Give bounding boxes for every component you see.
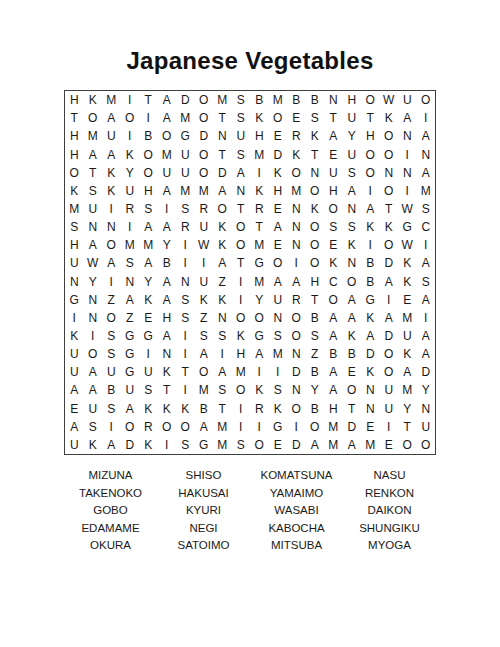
grid-cell-r13c10: O — [232, 309, 251, 327]
grid-cell-r3c17: H — [361, 127, 380, 145]
grid-cell-r18c18: U — [380, 400, 399, 418]
grid-cell-r14c14: S — [306, 327, 325, 345]
grid-cell-r20c5: K — [139, 436, 158, 454]
grid-cell-r5c18: N — [380, 164, 399, 182]
grid-cell-r10c5: A — [139, 254, 158, 272]
grid-cell-r2c9: T — [213, 109, 232, 127]
grid-cell-r13c3: O — [102, 309, 121, 327]
grid-cell-r3c2: M — [84, 127, 103, 145]
grid-cell-r17c11: K — [250, 381, 269, 399]
word-edamame: EDAMAME — [64, 520, 157, 538]
grid-cell-r15c11: A — [250, 345, 269, 363]
grid-cell-r11c17: B — [361, 272, 380, 290]
grid-cell-r20c6: I — [158, 436, 177, 454]
grid-cell-r6c11: K — [250, 182, 269, 200]
grid-cell-r16c18: O — [380, 363, 399, 381]
grid-cell-r12c15: O — [324, 291, 343, 309]
grid-cell-r19c16: D — [343, 418, 362, 436]
grid-cell-r13c2: N — [84, 309, 103, 327]
grid-cell-r4c13: K — [287, 145, 306, 163]
grid-cell-r9c8: W — [195, 236, 214, 254]
grid-cell-r13c12: N — [269, 309, 288, 327]
grid-cell-r5c12: K — [269, 164, 288, 182]
grid-cell-r18c19: Y — [398, 400, 417, 418]
grid-cell-r14c13: O — [287, 327, 306, 345]
grid-cell-r2c11: K — [250, 109, 269, 127]
word-kyuri: KYURI — [157, 502, 250, 520]
word-list: MIZUNATAKENOKOGOBOEDAMAMEOKURA SHISOHAKU… — [64, 467, 436, 555]
grid-cell-r15c17: D — [361, 345, 380, 363]
grid-cell-r20c18: E — [380, 436, 399, 454]
grid-cell-r15c15: B — [324, 345, 343, 363]
grid-cell-r6c17: I — [361, 182, 380, 200]
grid-cell-r10c9: A — [213, 254, 232, 272]
grid-cell-r6c20: M — [417, 182, 436, 200]
grid-cell-r7c9: O — [213, 200, 232, 218]
grid-cell-r18c12: K — [269, 400, 288, 418]
grid-cell-r8c6: A — [158, 218, 177, 236]
grid-cell-r3c15: A — [324, 127, 343, 145]
grid-cell-r5c17: O — [361, 164, 380, 182]
grid-cell-r1c2: K — [84, 91, 103, 109]
grid-cell-r7c16: N — [343, 200, 362, 218]
grid-cell-r8c5: A — [139, 218, 158, 236]
grid-cell-r14c8: S — [195, 327, 214, 345]
grid-cell-r20c10: S — [232, 436, 251, 454]
grid-cell-r17c9: S — [213, 381, 232, 399]
grid-cell-r8c10: O — [232, 218, 251, 236]
grid-cell-r18c15: H — [324, 400, 343, 418]
grid-cell-r8c12: A — [269, 218, 288, 236]
grid-cell-r15c10: H — [232, 345, 251, 363]
grid-cell-r14c19: U — [398, 327, 417, 345]
grid-cell-r1c16: H — [343, 91, 362, 109]
grid-cell-r11c15: C — [324, 272, 343, 290]
grid-cell-r12c14: T — [306, 291, 325, 309]
grid-cell-r18c3: S — [102, 400, 121, 418]
grid-cell-r16c2: A — [84, 363, 103, 381]
grid-cell-r11c14: H — [306, 272, 325, 290]
grid-cell-r14c17: A — [361, 327, 380, 345]
grid-cell-r19c15: M — [324, 418, 343, 436]
grid-cell-r1c17: O — [361, 91, 380, 109]
grid-cell-r7c5: S — [139, 200, 158, 218]
grid-cell-r18c20: N — [417, 400, 436, 418]
grid-cell-r17c13: N — [287, 381, 306, 399]
grid-cell-r16c7: T — [176, 363, 195, 381]
grid-cell-r16c15: A — [324, 363, 343, 381]
grid-cell-r19c3: I — [102, 418, 121, 436]
grid-cell-r17c14: Y — [306, 381, 325, 399]
word-wasabi: WASABI — [250, 502, 343, 520]
grid-cell-r14c20: A — [417, 327, 436, 345]
grid-cell-r20c1: U — [65, 436, 84, 454]
grid-cell-r15c6: N — [158, 345, 177, 363]
grid-cell-r8c13: N — [287, 218, 306, 236]
grid-cell-r4c6: M — [158, 145, 177, 163]
grid-cell-r9c6: Y — [158, 236, 177, 254]
grid-cell-r19c11: I — [250, 418, 269, 436]
word-list-column-3: KOMATSUNAYAMAIMOWASABIKABOCHAMITSUBA — [250, 467, 343, 555]
word-shiso: SHISO — [157, 467, 250, 485]
grid-cell-r17c1: A — [65, 381, 84, 399]
grid-cell-r3c13: R — [287, 127, 306, 145]
grid-cell-r2c14: S — [306, 109, 325, 127]
grid-cell-r15c16: B — [343, 345, 362, 363]
grid-cell-r20c20: O — [417, 436, 436, 454]
grid-cell-r1c10: S — [232, 91, 251, 109]
word-search-page: { "game": "word-search", "title": "Japan… — [0, 0, 500, 647]
grid-cell-r17c12: S — [269, 381, 288, 399]
grid-cell-r13c20: I — [417, 309, 436, 327]
grid-cell-r3c10: U — [232, 127, 251, 145]
word-renkon: RENKON — [343, 485, 436, 503]
grid-cell-r5c6: U — [158, 164, 177, 182]
grid-cell-r6c8: M — [195, 182, 214, 200]
grid-cell-r18c1: E — [65, 400, 84, 418]
grid-cell-r10c4: S — [121, 254, 140, 272]
grid-cell-r13c5: E — [139, 309, 158, 327]
grid-cell-r18c2: U — [84, 400, 103, 418]
grid-cell-r2c16: U — [343, 109, 362, 127]
grid-cell-r8c3: N — [102, 218, 121, 236]
grid-cell-r17c15: A — [324, 381, 343, 399]
grid-cell-r11c20: S — [417, 272, 436, 290]
grid-cell-r1c13: B — [287, 91, 306, 109]
grid-cell-r15c13: N — [287, 345, 306, 363]
word-gobo: GOBO — [64, 502, 157, 520]
grid-cell-r3c11: H — [250, 127, 269, 145]
grid-cell-r5c1: O — [65, 164, 84, 182]
grid-cell-r4c14: T — [306, 145, 325, 163]
word-daikon: DAIKON — [343, 502, 436, 520]
grid-cell-r13c1: I — [65, 309, 84, 327]
grid-cell-r8c14: O — [306, 218, 325, 236]
grid-cell-r6c1: K — [65, 182, 84, 200]
word-list-column-1: MIZUNATAKENOKOGOBOEDAMAMEOKURA — [64, 467, 157, 555]
grid-cell-r16c17: K — [361, 363, 380, 381]
grid-cell-r15c4: G — [121, 345, 140, 363]
grid-cell-r7c1: M — [65, 200, 84, 218]
grid-cell-r18c4: A — [121, 400, 140, 418]
grid-cell-r14c11: G — [250, 327, 269, 345]
grid-cell-r16c6: K — [158, 363, 177, 381]
grid-cell-r17c16: O — [343, 381, 362, 399]
grid-cell-r10c17: B — [361, 254, 380, 272]
grid-cell-r2c6: A — [158, 109, 177, 127]
grid-cell-r10c16: N — [343, 254, 362, 272]
grid-cell-r4c2: A — [84, 145, 103, 163]
grid-cell-r3c3: U — [102, 127, 121, 145]
grid-cell-r5c3: K — [102, 164, 121, 182]
grid-cell-r4c4: K — [121, 145, 140, 163]
word-okura: OKURA — [64, 537, 157, 555]
grid-cell-r14c1: K — [65, 327, 84, 345]
grid-cell-r18c11: R — [250, 400, 269, 418]
grid-cell-r16c11: I — [250, 363, 269, 381]
grid-cell-r8c15: S — [324, 218, 343, 236]
grid-cell-r18c16: T — [343, 400, 362, 418]
grid-cell-r3c14: K — [306, 127, 325, 145]
grid-cell-r18c17: N — [361, 400, 380, 418]
grid-cell-r4c9: T — [213, 145, 232, 163]
grid-cell-r2c1: T — [65, 109, 84, 127]
grid-cell-r10c20: A — [417, 254, 436, 272]
grid-cell-r1c15: N — [324, 91, 343, 109]
word-search-board: HKMITADOMSBMBBNHOWUOTOAOIAMOTSKOESTUTKAI… — [64, 90, 436, 455]
grid-cell-r20c13: D — [287, 436, 306, 454]
grid-cell-r9c3: O — [102, 236, 121, 254]
grid-cell-r7c7: S — [176, 200, 195, 218]
grid-cell-r8c11: T — [250, 218, 269, 236]
grid-cell-r16c14: B — [306, 363, 325, 381]
grid-cell-r20c17: M — [361, 436, 380, 454]
grid-cell-r2c7: M — [176, 109, 195, 127]
grid-cell-r1c12: M — [269, 91, 288, 109]
grid-cell-r2c4: O — [121, 109, 140, 127]
grid-cell-r14c16: K — [343, 327, 362, 345]
grid-cell-r4c16: U — [343, 145, 362, 163]
grid-cell-r13c8: Z — [195, 309, 214, 327]
grid-cell-r3c1: H — [65, 127, 84, 145]
word-mitsuba: MITSUBA — [250, 537, 343, 555]
grid-cell-r18c9: T — [213, 400, 232, 418]
grid-cell-r18c10: I — [232, 400, 251, 418]
grid-cell-r5c8: O — [195, 164, 214, 182]
grid-cell-r2c12: O — [269, 109, 288, 127]
grid-cell-r16c12: I — [269, 363, 288, 381]
grid-cell-r11c4: N — [121, 272, 140, 290]
grid-cell-r15c1: U — [65, 345, 84, 363]
grid-cell-r11c1: N — [65, 272, 84, 290]
grid-cell-r1c4: I — [121, 91, 140, 109]
word-mizuna: MIZUNA — [64, 467, 157, 485]
grid-cell-r20c2: K — [84, 436, 103, 454]
grid-cell-r12c7: S — [176, 291, 195, 309]
word-list-column-4: NASURENKONDAIKONSHUNGIKUMYOGA — [343, 467, 436, 555]
grid-cell-r6c10: N — [232, 182, 251, 200]
grid-cell-r3c9: N — [213, 127, 232, 145]
grid-cell-r10c2: W — [84, 254, 103, 272]
grid-cell-r18c8: B — [195, 400, 214, 418]
grid-cell-r15c9: I — [213, 345, 232, 363]
grid-cell-r11c2: Y — [84, 272, 103, 290]
grid-cell-r9c16: K — [343, 236, 362, 254]
grid-cell-r2c2: O — [84, 109, 103, 127]
grid-cell-r4c1: H — [65, 145, 84, 163]
word-satoimo: SATOIMO — [157, 537, 250, 555]
word-negi: NEGI — [157, 520, 250, 538]
grid-cell-r9c9: K — [213, 236, 232, 254]
grid-cell-r8c4: I — [121, 218, 140, 236]
grid-cell-r8c1: S — [65, 218, 84, 236]
grid-cell-r11c19: K — [398, 272, 417, 290]
grid-cell-r7c6: I — [158, 200, 177, 218]
grid-cell-r10c1: U — [65, 254, 84, 272]
grid-cell-r2c19: A — [398, 109, 417, 127]
grid-cell-r11c13: A — [287, 272, 306, 290]
grid-cell-r4c20: N — [417, 145, 436, 163]
grid-cell-r15c14: Z — [306, 345, 325, 363]
grid-cell-r1c7: D — [176, 91, 195, 109]
grid-cell-r9c14: O — [306, 236, 325, 254]
grid-cell-r20c14: A — [306, 436, 325, 454]
grid-cell-r5c14: N — [306, 164, 325, 182]
grid-cell-r13c7: S — [176, 309, 195, 327]
grid-cell-r6c16: A — [343, 182, 362, 200]
grid-cell-r17c5: S — [139, 381, 158, 399]
grid-cell-r5c5: O — [139, 164, 158, 182]
grid-cell-r16c10: M — [232, 363, 251, 381]
grid-cell-r6c4: U — [121, 182, 140, 200]
grid-cell-r4c7: U — [176, 145, 195, 163]
grid-cell-r19c9: M — [213, 418, 232, 436]
grid-cell-r9c12: E — [269, 236, 288, 254]
grid-cell-r5c20: A — [417, 164, 436, 182]
grid-cell-r8c7: R — [176, 218, 195, 236]
grid-cell-r2c18: K — [380, 109, 399, 127]
grid-cell-r7c19: W — [398, 200, 417, 218]
grid-cell-r12c4: A — [121, 291, 140, 309]
grid-cell-r1c11: B — [250, 91, 269, 109]
grid-cell-r16c9: A — [213, 363, 232, 381]
grid-cell-r14c15: A — [324, 327, 343, 345]
grid-cell-r7c2: U — [84, 200, 103, 218]
grid-cell-r1c9: M — [213, 91, 232, 109]
grid-cell-r19c12: G — [269, 418, 288, 436]
grid-cell-r16c4: G — [121, 363, 140, 381]
grid-cell-r9c15: E — [324, 236, 343, 254]
grid-cell-r9c18: O — [380, 236, 399, 254]
grid-cell-r6c12: H — [269, 182, 288, 200]
grid-cell-r18c14: B — [306, 400, 325, 418]
grid-cell-r5c16: S — [343, 164, 362, 182]
grid-cell-r10c11: G — [250, 254, 269, 272]
grid-cell-r8c9: K — [213, 218, 232, 236]
word-shungiku: SHUNGIKU — [343, 520, 436, 538]
grid-cell-r1c1: H — [65, 91, 84, 109]
grid-cell-r14c18: D — [380, 327, 399, 345]
grid-cell-r7c4: R — [121, 200, 140, 218]
grid-cell-r4c18: O — [380, 145, 399, 163]
grid-cell-r1c18: W — [380, 91, 399, 109]
grid-cell-r9c4: M — [121, 236, 140, 254]
grid-cell-r12c2: N — [84, 291, 103, 309]
grid-cell-r13c4: Z — [121, 309, 140, 327]
grid-cell-r12c10: I — [232, 291, 251, 309]
grid-cell-r9c10: O — [232, 236, 251, 254]
grid-cell-r18c7: K — [176, 400, 195, 418]
grid-cell-r1c19: U — [398, 91, 417, 109]
grid-cell-r20c4: D — [121, 436, 140, 454]
grid-cell-r19c14: O — [306, 418, 325, 436]
grid-cell-r6c7: M — [176, 182, 195, 200]
grid-cell-r5c2: T — [84, 164, 103, 182]
grid-cell-r8c17: K — [361, 218, 380, 236]
grid-cell-r17c6: T — [158, 381, 177, 399]
grid-cell-r17c8: M — [195, 381, 214, 399]
word-list-column-2: SHISOHAKUSAIKYURINEGISATOIMO — [157, 467, 250, 555]
grid-cell-r14c2: I — [84, 327, 103, 345]
grid-cell-r20c19: O — [398, 436, 417, 454]
grid-cell-r9c5: M — [139, 236, 158, 254]
grid-cell-r19c17: E — [361, 418, 380, 436]
grid-cell-r12c20: A — [417, 291, 436, 309]
grid-cell-r5c13: O — [287, 164, 306, 182]
grid-cell-r7c15: O — [324, 200, 343, 218]
grid-cell-r6c2: S — [84, 182, 103, 200]
grid-cell-r16c20: D — [417, 363, 436, 381]
grid-cell-r1c6: A — [158, 91, 177, 109]
word-kabocha: KABOCHA — [250, 520, 343, 538]
grid-cell-r13c13: O — [287, 309, 306, 327]
grid-cell-r15c5: I — [139, 345, 158, 363]
grid-cell-r12c6: A — [158, 291, 177, 309]
grid-cell-r2c10: S — [232, 109, 251, 127]
grid-cell-r7c10: T — [232, 200, 251, 218]
grid-cell-r17c10: O — [232, 381, 251, 399]
grid-cell-r13c17: K — [361, 309, 380, 327]
grid-cell-r10c14: O — [306, 254, 325, 272]
grid-cell-r4c11: M — [250, 145, 269, 163]
grid-cell-r19c6: O — [158, 418, 177, 436]
grid-cell-r2c15: T — [324, 109, 343, 127]
grid-cell-r16c1: U — [65, 363, 84, 381]
grid-cell-r7c20: S — [417, 200, 436, 218]
grid-cell-r9c2: A — [84, 236, 103, 254]
grid-cell-r5c9: D — [213, 164, 232, 182]
grid-cell-r4c15: E — [324, 145, 343, 163]
grid-cell-r9c1: H — [65, 236, 84, 254]
grid-cell-r12c19: E — [398, 291, 417, 309]
grid-cell-r5c7: U — [176, 164, 195, 182]
grid-cell-r14c5: G — [139, 327, 158, 345]
word-nasu: NASU — [343, 467, 436, 485]
word-takenoko: TAKENOKO — [64, 485, 157, 503]
grid-cell-r17c20: Y — [417, 381, 436, 399]
grid-cell-r10c10: T — [232, 254, 251, 272]
grid-cell-r19c1: A — [65, 418, 84, 436]
grid-cell-r12c17: G — [361, 291, 380, 309]
grid-cell-r4c17: O — [361, 145, 380, 163]
grid-cell-r5c4: Y — [121, 164, 140, 182]
grid-cell-r18c5: K — [139, 400, 158, 418]
grid-cell-r19c4: O — [121, 418, 140, 436]
grid-cell-r15c2: O — [84, 345, 103, 363]
grid-cell-r11c11: M — [250, 272, 269, 290]
grid-cell-r12c1: G — [65, 291, 84, 309]
grid-cell-r13c14: B — [306, 309, 325, 327]
grid-cell-r6c15: H — [324, 182, 343, 200]
grid-cell-r19c20: U — [417, 418, 436, 436]
grid-cell-r3c18: O — [380, 127, 399, 145]
grid-cell-r16c13: D — [287, 363, 306, 381]
grid-cell-r16c16: E — [343, 363, 362, 381]
grid-cell-r9c20: I — [417, 236, 436, 254]
grid-cell-r20c16: A — [343, 436, 362, 454]
grid-cell-r14c12: S — [269, 327, 288, 345]
grid-cell-r20c7: S — [176, 436, 195, 454]
grid-cell-r8c2: N — [84, 218, 103, 236]
grid-cell-r2c8: O — [195, 109, 214, 127]
grid-cell-r2c13: E — [287, 109, 306, 127]
grid-cell-r11c8: U — [195, 272, 214, 290]
grid-cell-r7c3: I — [102, 200, 121, 218]
grid-cell-r17c3: B — [102, 381, 121, 399]
grid-cell-r19c10: I — [232, 418, 251, 436]
grid-cell-r1c3: M — [102, 91, 121, 109]
grid-cell-r13c9: N — [213, 309, 232, 327]
